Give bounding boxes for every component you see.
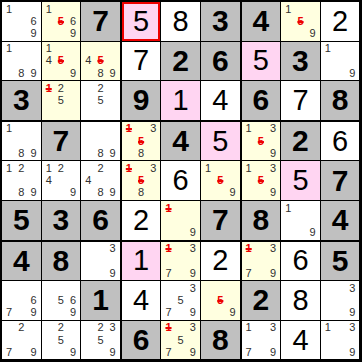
candidate-mark: 5 [175,334,187,346]
candidate-mark: 6 [27,294,39,306]
cell-r4c1[interactable]: 189 [2,122,42,162]
candidate-mark: 8 [94,147,106,159]
given-digit: 2 [253,285,270,315]
given-digit: 7 [212,205,229,235]
cell-r8c6[interactable]: 59 [201,281,242,321]
candidate-grid: 1569 [42,2,81,41]
candidate-mark: 8 [15,67,27,79]
candidate-grid: 59 [201,281,240,320]
candidate-mark: 9 [27,346,39,358]
solved-digit: 2 [133,206,149,235]
board-row-3: 312525914678 [2,81,359,122]
candidate-mark: 9 [107,67,119,79]
candidate-grid: 3579 [161,281,200,320]
solved-digit: 4 [292,326,308,355]
eliminated-candidate-mark: 5 [55,15,67,27]
candidate-mark: 9 [27,307,39,319]
cell-r2c5[interactable]: 2 [161,42,201,82]
eliminated-candidate-mark: 1 [162,202,174,214]
cell-r1c6[interactable]: 3 [201,2,242,42]
cell-r4c9[interactable]: 6 [321,122,360,162]
board-row-1: 1691569758341592 [2,2,359,42]
solved-digit: 8 [292,286,308,315]
cell-r5c5[interactable]: 6 [161,161,201,201]
candidate-grid: 2359 [81,321,120,360]
candidate-mark: 3 [187,282,199,294]
cell-r9c5[interactable]: 13579 [161,321,201,360]
cell-r8c5[interactable]: 3579 [161,281,201,321]
candidate-mark: 9 [27,187,39,199]
candidate-grid: 159 [201,161,240,200]
eliminated-candidate-mark: 1 [43,82,55,94]
candidate-mark: 9 [346,346,358,358]
candidate-mark: 9 [107,346,119,358]
candidate-mark: 2 [55,322,67,334]
candidate-grid: 159 [281,2,320,41]
cell-r8c4[interactable]: 4 [122,281,162,321]
cell-r1c7[interactable]: 4 [242,2,282,42]
eliminated-candidate-mark: 1 [162,243,174,255]
cell-r3c2[interactable]: 125 [42,81,82,122]
board-row-9: 2792592359613579813794139 [2,321,359,360]
candidate-mark: 7 [162,267,174,279]
candidate-mark: 7 [3,307,15,319]
candidate-grid: 4589 [81,42,120,81]
candidate-mark: 9 [307,27,319,39]
candidate-mark: 2 [15,322,27,334]
candidate-mark: 1 [322,43,334,55]
solved-digit: 6 [173,166,189,195]
candidate-grid: 1358 [122,122,161,161]
candidate-mark: 8 [15,147,27,159]
cell-r2c4[interactable]: 7 [122,42,162,82]
eliminated-candidate-mark: 1 [123,123,135,135]
candidate-grid: 19 [321,42,360,81]
cell-r5c4[interactable]: 1358 [122,161,162,201]
candidate-mark: 3 [267,123,279,135]
given-digit: 1 [92,285,109,315]
candidate-mark: 5 [94,334,106,346]
given-digit: 7 [53,126,70,156]
given-digit: 8 [332,85,349,115]
candidate-mark: 8 [135,147,147,159]
candidate-mark: 8 [94,67,106,79]
cell-r8c7[interactable]: 2 [242,281,282,321]
candidate-grid: 569 [42,281,81,320]
cell-r7c4[interactable]: 1 [122,242,162,282]
cell-r9c8[interactable]: 4 [281,321,321,360]
given-digit: 2 [292,126,309,156]
candidate-mark: 4 [43,55,55,67]
cell-r3c6[interactable]: 4 [201,81,242,122]
candidate-grid: 25 [81,81,120,120]
given-digit: 5 [13,205,30,235]
cell-r5c2[interactable]: 1249 [42,161,82,201]
given-digit: 8 [212,325,229,355]
candidate-mark: 9 [346,307,358,319]
candidate-mark: 7 [243,267,255,279]
candidate-mark: 2 [94,82,106,94]
candidate-mark: 9 [267,267,279,279]
cell-r7c9[interactable]: 5 [321,242,360,282]
candidate-mark: 1 [282,3,294,15]
candidate-mark: 7 [3,346,15,358]
board-row-6: 53621978194 [2,201,359,242]
candidate-mark: 9 [267,187,279,199]
candidate-mark: 9 [226,187,238,199]
candidate-mark: 1 [322,322,334,334]
cell-r9c1[interactable]: 279 [2,321,42,360]
candidate-mark: 2 [55,82,67,94]
solved-digit: 6 [292,246,308,275]
candidate-grid: 1379 [242,321,281,360]
candidate-mark: 9 [67,27,79,39]
candidate-mark: 8 [94,187,106,199]
candidate-mark: 6 [67,15,79,27]
cell-r5c7[interactable]: 1359 [242,161,282,201]
candidate-mark: 1 [3,3,15,15]
candidate-mark: 8 [135,187,147,199]
candidate-mark: 3 [107,243,119,255]
cell-r2c1[interactable]: 189 [2,42,42,82]
cell-r6c3[interactable]: 6 [81,201,122,242]
cell-r2c3[interactable]: 4589 [81,42,122,82]
cell-r3c4[interactable]: 9 [122,81,162,122]
candidate-mark: 1 [282,202,294,214]
candidate-mark: 3 [187,322,199,334]
board-row-5: 12891249248913586159135957 [2,161,359,201]
candidate-mark: 7 [162,307,174,319]
cell-r9c6[interactable]: 8 [201,321,242,360]
cell-r3c9[interactable]: 8 [321,81,360,122]
cell-r5c6[interactable]: 159 [201,161,242,201]
eliminated-candidate-mark: 5 [135,175,147,187]
candidate-mark: 9 [67,307,79,319]
given-digit: 4 [332,205,349,235]
given-digit: 8 [253,205,270,235]
cell-r6c7[interactable]: 8 [242,201,282,242]
cell-r5c3[interactable]: 2489 [81,161,122,201]
cell-r7c3[interactable]: 39 [81,242,122,282]
given-digit: 6 [92,205,109,235]
cell-r2c9[interactable]: 19 [321,42,360,82]
candidate-mark: 3 [147,123,159,135]
cell-r1c3[interactable]: 7 [81,2,122,42]
cell-r5c9[interactable]: 7 [321,161,360,201]
given-digit: 4 [172,126,189,156]
cell-r1c1[interactable]: 169 [2,2,42,42]
cell-r4c5[interactable]: 4 [161,122,201,162]
board-row-7: 4839113792137965 [2,242,359,282]
given-digit: 7 [92,6,109,36]
cell-r3c1[interactable]: 3 [2,81,42,122]
candidate-mark: 5 [55,94,67,106]
cell-r7c8[interactable]: 6 [281,242,321,282]
cell-r7c6[interactable]: 2 [201,242,242,282]
candidate-mark: 9 [226,307,238,319]
candidate-mark: 3 [147,162,159,174]
candidate-mark: 9 [67,346,79,358]
eliminated-candidate-mark: 5 [214,294,226,306]
cell-r8c9[interactable]: 39 [321,281,360,321]
cell-r1c8[interactable]: 159 [281,2,321,42]
candidate-mark: 4 [43,175,55,187]
candidate-mark: 2 [15,162,27,174]
cell-r8c1[interactable]: 679 [2,281,42,321]
candidate-mark: 9 [107,147,119,159]
solved-digit: 6 [332,127,348,156]
cell-r8c8[interactable]: 8 [281,281,321,321]
candidate-mark: 5 [55,334,67,346]
candidate-mark: 5 [175,294,187,306]
candidate-mark: 5 [55,294,67,306]
given-digit: 3 [13,85,30,115]
cell-r1c2[interactable]: 1569 [42,2,82,42]
candidate-mark: 8 [15,187,27,199]
solved-digit: 5 [292,166,308,195]
candidate-mark: 1 [43,3,55,15]
candidate-mark: 3 [346,282,358,294]
candidate-grid: 125 [42,81,81,120]
candidate-mark: 9 [27,67,39,79]
cell-r1c5[interactable]: 8 [161,2,201,42]
candidate-mark: 7 [243,346,255,358]
candidate-grid: 19 [161,201,200,240]
cell-r3c5[interactable]: 1 [161,81,201,122]
given-digit: 3 [292,46,309,76]
cell-r4c2[interactable]: 7 [42,122,82,162]
solved-digit: 5 [133,7,149,36]
cell-r3c8[interactable]: 7 [281,81,321,122]
candidate-grid: 189 [2,42,41,81]
cell-r6c6[interactable]: 7 [201,201,242,242]
candidate-mark: 3 [267,322,279,334]
solved-digit: 2 [332,7,348,36]
cell-r4c3[interactable]: 89 [81,122,122,162]
given-digit: 6 [212,46,229,76]
candidate-grid: 1289 [2,161,41,200]
cell-r4c4[interactable]: 1358 [122,122,162,162]
candidate-grid: 1379 [161,242,200,281]
candidate-grid: 279 [2,321,41,360]
eliminated-candidate-mark: 5 [55,55,67,67]
given-digit: 9 [133,85,150,115]
eliminated-candidate-mark: 5 [135,135,147,147]
cell-r2c6[interactable]: 6 [201,42,242,82]
candidate-grid: 89 [81,122,120,161]
candidate-mark: 3 [346,322,358,334]
cell-r9c2[interactable]: 259 [42,321,82,360]
solved-digit: 7 [133,46,149,75]
cell-r8c2[interactable]: 569 [42,281,82,321]
given-digit: 2 [172,46,189,76]
eliminated-candidate-mark: 1 [123,162,135,174]
cell-r7c1[interactable]: 4 [2,242,42,282]
candidate-mark: 3 [107,322,119,334]
candidate-mark: 9 [107,187,119,199]
eliminated-candidate-mark: 5 [94,55,106,67]
candidate-mark: 5 [94,94,106,106]
candidate-mark: 9 [67,187,79,199]
cell-r2c8[interactable]: 3 [281,42,321,82]
solved-digit: 5 [212,127,228,156]
candidate-mark: 6 [67,294,79,306]
cell-r3c3[interactable]: 25 [81,81,122,122]
given-digit: 6 [133,325,150,355]
cell-r6c4[interactable]: 2 [122,201,162,242]
candidate-mark: 1 [243,123,255,135]
candidate-mark: 1 [3,162,15,174]
candidate-grid: 1358 [122,161,161,200]
candidate-mark: 9 [307,226,319,238]
cell-r6c9[interactable]: 4 [321,201,360,242]
board-row-8: 679569143579592839 [2,281,359,321]
candidate-mark: 1 [243,322,255,334]
cell-r5c8[interactable]: 5 [281,161,321,201]
solved-digit: 1 [173,86,189,115]
candidate-mark: 1 [3,123,15,135]
cell-r4c7[interactable]: 1359 [242,122,282,162]
candidate-grid: 39 [81,242,120,281]
candidate-mark: 9 [267,147,279,159]
candidate-mark: 9 [67,67,79,79]
candidate-grid: 1359 [242,161,281,200]
candidate-grid: 1459 [42,42,81,81]
candidate-mark: 3 [187,243,199,255]
cell-r5c1[interactable]: 1289 [2,161,42,201]
cell-r2c2[interactable]: 1459 [42,42,82,82]
candidate-mark: 9 [187,346,199,358]
candidate-mark: 9 [27,27,39,39]
cell-r3c7[interactable]: 6 [242,81,282,122]
given-digit: 3 [212,6,229,36]
candidate-mark: 9 [187,267,199,279]
cell-r9c3[interactable]: 2359 [81,321,122,360]
candidate-grid: 13579 [161,321,200,360]
candidate-grid: 189 [2,122,41,161]
candidate-grid: 1379 [242,242,281,281]
given-digit: 5 [332,246,349,276]
candidate-mark: 6 [27,15,39,27]
given-digit: 4 [253,6,270,36]
candidate-mark: 2 [94,162,106,174]
candidate-mark: 9 [267,346,279,358]
candidate-grid: 19 [281,201,320,240]
cell-r9c4[interactable]: 6 [122,321,162,360]
candidate-mark: 9 [27,147,39,159]
candidate-grid: 169 [2,2,41,41]
candidate-mark: 9 [346,67,358,79]
solved-digit: 5 [253,46,269,75]
cell-r4c8[interactable]: 2 [281,122,321,162]
candidate-mark: 3 [267,162,279,174]
eliminated-candidate-mark: 1 [162,322,174,334]
given-digit: 3 [53,205,70,235]
board-row-2: 189145945897265319 [2,42,359,82]
sudoku-board: 1691569758341592189145945897265319312525… [0,0,361,361]
solved-digit: 1 [133,246,149,275]
candidate-mark: 9 [107,267,119,279]
candidate-mark: 1 [43,162,55,174]
candidate-grid: 259 [42,321,81,360]
candidate-mark: 2 [94,322,106,334]
candidate-mark: 4 [82,55,94,67]
candidate-grid: 1249 [42,161,81,200]
candidate-mark: 9 [187,307,199,319]
eliminated-candidate-mark: 1 [243,243,255,255]
given-digit: 7 [332,166,349,196]
cell-r1c9[interactable]: 2 [321,2,360,42]
cell-r9c7[interactable]: 1379 [242,321,282,360]
candidate-mark: 1 [243,162,255,174]
eliminated-candidate-mark: 5 [255,175,267,187]
eliminated-candidate-mark: 5 [255,135,267,147]
candidate-grid: 2489 [81,161,120,200]
given-digit: 8 [53,246,70,276]
eliminated-candidate-mark: 5 [294,15,306,27]
candidate-mark: 4 [82,175,94,187]
cell-r7c2[interactable]: 8 [42,242,82,282]
solved-digit: 8 [173,7,189,36]
cell-r6c5[interactable]: 19 [161,201,201,242]
cell-r6c1[interactable]: 5 [2,201,42,242]
candidate-grid: 39 [321,281,360,320]
solved-digit: 7 [292,86,308,115]
candidate-mark: 1 [43,43,55,55]
cell-r6c8[interactable]: 19 [281,201,321,242]
candidate-mark: 1 [202,162,214,174]
candidate-grid: 679 [2,281,41,320]
cell-r7c5[interactable]: 1379 [161,242,201,282]
candidate-mark: 7 [162,346,174,358]
candidate-grid: 1359 [242,122,281,161]
cell-r9c9[interactable]: 139 [321,321,360,360]
cell-r4c6[interactable]: 5 [201,122,242,162]
given-digit: 6 [253,85,270,115]
cell-r6c2[interactable]: 3 [42,201,82,242]
candidate-mark: 2 [55,162,67,174]
eliminated-candidate-mark: 5 [214,175,226,187]
candidate-grid: 139 [321,321,360,360]
candidate-mark: 9 [187,226,199,238]
given-digit: 4 [13,246,30,276]
solved-digit: 2 [212,246,228,275]
cell-r1c4[interactable]: 5 [122,2,162,42]
candidate-mark: 3 [267,243,279,255]
candidate-mark: 1 [3,43,15,55]
board-row-4: 189789135845135926 [2,122,359,162]
cell-r7c7[interactable]: 1379 [242,242,282,282]
solved-digit: 4 [133,286,149,315]
cell-r2c7[interactable]: 5 [242,42,282,82]
solved-digit: 4 [212,86,228,115]
cell-r8c3[interactable]: 1 [81,281,122,321]
